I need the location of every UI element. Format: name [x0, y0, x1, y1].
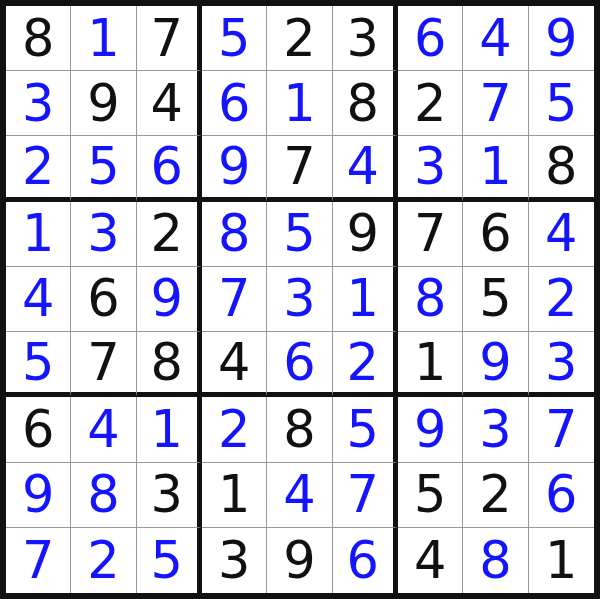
cell-r4c1[interactable]: 1 — [6, 202, 71, 267]
cell-r5c6[interactable]: 1 — [333, 267, 398, 332]
cell-r7c4[interactable]: 2 — [202, 397, 267, 462]
cell-r3c9[interactable]: 8 — [529, 136, 594, 201]
cell-r3c7[interactable]: 3 — [398, 136, 463, 201]
cell-r3c1[interactable]: 2 — [6, 136, 71, 201]
cell-r6c7[interactable]: 1 — [398, 332, 463, 397]
cell-r1c9[interactable]: 9 — [529, 6, 594, 71]
cell-r3c6[interactable]: 4 — [333, 136, 398, 201]
cell-r9c2[interactable]: 2 — [71, 528, 136, 593]
cell-r8c3[interactable]: 3 — [137, 463, 202, 528]
cell-r6c1[interactable]: 5 — [6, 332, 71, 397]
cell-r2c7[interactable]: 2 — [398, 71, 463, 136]
cell-r8c1[interactable]: 9 — [6, 463, 71, 528]
cell-r3c5[interactable]: 7 — [267, 136, 332, 201]
cell-r3c2[interactable]: 5 — [71, 136, 136, 201]
cell-r1c7[interactable]: 6 — [398, 6, 463, 71]
cell-r2c9[interactable]: 5 — [529, 71, 594, 136]
cell-r4c2[interactable]: 3 — [71, 202, 136, 267]
cell-r6c2[interactable]: 7 — [71, 332, 136, 397]
cell-r7c6[interactable]: 5 — [333, 397, 398, 462]
cell-r8c8[interactable]: 2 — [463, 463, 528, 528]
cell-r6c5[interactable]: 6 — [267, 332, 332, 397]
cell-r1c3[interactable]: 7 — [137, 6, 202, 71]
cell-r3c4[interactable]: 9 — [202, 136, 267, 201]
cell-r7c1[interactable]: 6 — [6, 397, 71, 462]
cell-r6c8[interactable]: 9 — [463, 332, 528, 397]
cell-r8c9[interactable]: 6 — [529, 463, 594, 528]
cell-r4c3[interactable]: 2 — [137, 202, 202, 267]
cell-r5c7[interactable]: 8 — [398, 267, 463, 332]
cell-r9c4[interactable]: 3 — [202, 528, 267, 593]
cell-r1c6[interactable]: 3 — [333, 6, 398, 71]
cell-r2c5[interactable]: 1 — [267, 71, 332, 136]
cell-r1c5[interactable]: 2 — [267, 6, 332, 71]
cell-r8c4[interactable]: 1 — [202, 463, 267, 528]
cell-r8c2[interactable]: 8 — [71, 463, 136, 528]
cell-r7c8[interactable]: 3 — [463, 397, 528, 462]
cell-r7c9[interactable]: 7 — [529, 397, 594, 462]
cell-r4c6[interactable]: 9 — [333, 202, 398, 267]
cell-r9c3[interactable]: 5 — [137, 528, 202, 593]
cell-r7c3[interactable]: 1 — [137, 397, 202, 462]
cell-r8c5[interactable]: 4 — [267, 463, 332, 528]
cell-r2c2[interactable]: 9 — [71, 71, 136, 136]
cell-r7c7[interactable]: 9 — [398, 397, 463, 462]
cell-r1c1[interactable]: 8 — [6, 6, 71, 71]
cell-r4c9[interactable]: 4 — [529, 202, 594, 267]
cell-r6c4[interactable]: 4 — [202, 332, 267, 397]
cell-r1c8[interactable]: 4 — [463, 6, 528, 71]
cell-r1c4[interactable]: 5 — [202, 6, 267, 71]
cell-r8c7[interactable]: 5 — [398, 463, 463, 528]
cell-r5c1[interactable]: 4 — [6, 267, 71, 332]
cell-r9c9[interactable]: 1 — [529, 528, 594, 593]
cell-r6c3[interactable]: 8 — [137, 332, 202, 397]
cell-r9c6[interactable]: 6 — [333, 528, 398, 593]
cell-r2c3[interactable]: 4 — [137, 71, 202, 136]
cell-r2c8[interactable]: 7 — [463, 71, 528, 136]
cell-r5c8[interactable]: 5 — [463, 267, 528, 332]
cell-r2c4[interactable]: 6 — [202, 71, 267, 136]
cell-r9c8[interactable]: 8 — [463, 528, 528, 593]
cell-r3c8[interactable]: 1 — [463, 136, 528, 201]
cell-r8c6[interactable]: 7 — [333, 463, 398, 528]
cell-r5c3[interactable]: 9 — [137, 267, 202, 332]
cell-r2c1[interactable]: 3 — [6, 71, 71, 136]
cell-r1c2[interactable]: 1 — [71, 6, 136, 71]
cell-r5c9[interactable]: 2 — [529, 267, 594, 332]
cell-r7c2[interactable]: 4 — [71, 397, 136, 462]
sudoku-board: 8175236493946182752569743181328597644697… — [0, 0, 600, 599]
cell-r9c5[interactable]: 9 — [267, 528, 332, 593]
cell-r4c4[interactable]: 8 — [202, 202, 267, 267]
cell-r9c7[interactable]: 4 — [398, 528, 463, 593]
cell-r3c3[interactable]: 6 — [137, 136, 202, 201]
cell-r5c2[interactable]: 6 — [71, 267, 136, 332]
cell-r4c8[interactable]: 6 — [463, 202, 528, 267]
cell-r4c7[interactable]: 7 — [398, 202, 463, 267]
cell-r6c9[interactable]: 3 — [529, 332, 594, 397]
cell-r9c1[interactable]: 7 — [6, 528, 71, 593]
cell-r4c5[interactable]: 5 — [267, 202, 332, 267]
cell-r7c5[interactable]: 8 — [267, 397, 332, 462]
cell-r5c4[interactable]: 7 — [202, 267, 267, 332]
cell-r2c6[interactable]: 8 — [333, 71, 398, 136]
cell-r6c6[interactable]: 2 — [333, 332, 398, 397]
cell-r5c5[interactable]: 3 — [267, 267, 332, 332]
